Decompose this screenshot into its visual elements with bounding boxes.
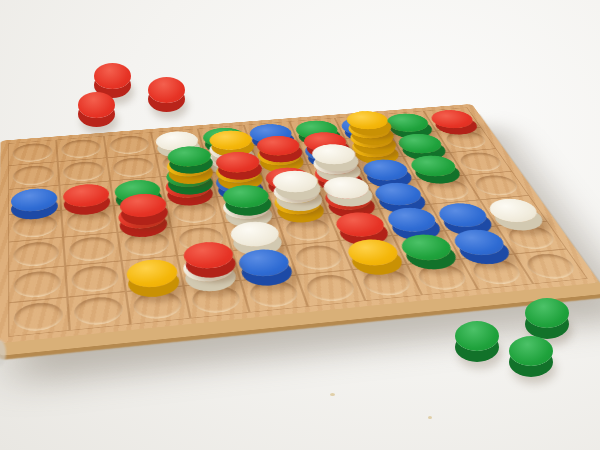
cell-recess <box>63 160 105 182</box>
cell-recess <box>14 269 62 299</box>
cell-recess <box>13 240 59 268</box>
disc-yellow[interactable] <box>344 237 403 267</box>
offboard-disc-green[interactable] <box>509 336 553 366</box>
offboard-disc-red[interactable] <box>78 92 115 118</box>
cell-recess <box>112 156 155 178</box>
cell-recess <box>14 301 64 333</box>
cell-recess <box>468 257 527 286</box>
offboard-disc-red[interactable] <box>148 77 185 103</box>
cell-recess <box>283 216 334 242</box>
cell-recess <box>456 151 506 173</box>
disc-blue[interactable] <box>236 247 293 278</box>
crumb-speck <box>428 416 432 419</box>
cell-recess <box>503 224 560 250</box>
disc-red[interactable] <box>62 183 110 209</box>
cell-recess <box>61 138 102 159</box>
cell-recess <box>359 268 416 298</box>
cell-recess <box>247 278 301 308</box>
board-grid <box>8 107 588 337</box>
cell[interactable] <box>8 297 70 337</box>
disc-yellow[interactable] <box>125 258 180 290</box>
offboard-disc-red[interactable] <box>94 63 131 89</box>
offboard-disc-green[interactable] <box>455 321 499 351</box>
cell-recess <box>132 289 184 320</box>
disc-blue[interactable] <box>359 158 412 182</box>
cell-recess <box>414 262 472 291</box>
cell[interactable] <box>126 286 191 325</box>
cell-recess <box>13 142 53 163</box>
scene <box>0 0 600 450</box>
cell-recess <box>123 231 171 258</box>
cell-recess <box>422 178 474 201</box>
disc-blue[interactable] <box>371 181 427 207</box>
cell-recess <box>69 235 116 262</box>
stray-shadow <box>0 340 6 366</box>
disc-blue[interactable] <box>11 187 58 213</box>
crumb-speck <box>330 393 335 396</box>
cell-recess <box>171 200 218 225</box>
cell-recess <box>71 264 120 293</box>
cell-recess <box>13 213 57 239</box>
disc-white[interactable] <box>228 220 283 249</box>
cell-recess <box>303 273 359 303</box>
disc-white[interactable] <box>484 197 544 224</box>
cell-recess <box>109 135 151 156</box>
cell-recess <box>66 209 111 234</box>
cell-recess <box>73 295 124 327</box>
cell[interactable] <box>184 280 250 318</box>
cell-recess <box>190 284 243 315</box>
offboard-disc-green[interactable] <box>525 298 569 328</box>
disc-red[interactable] <box>427 109 478 130</box>
cell-recess <box>13 164 55 186</box>
disc-red[interactable] <box>332 211 389 239</box>
cell-recess <box>470 174 522 197</box>
cell-recess <box>442 130 490 150</box>
game-board <box>0 104 600 343</box>
cell-recess <box>521 252 580 280</box>
cell-recess <box>292 244 345 272</box>
cell[interactable] <box>67 291 130 330</box>
